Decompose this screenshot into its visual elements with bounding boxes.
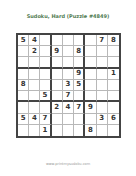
cell-r9c5 [63, 125, 74, 136]
cell-r3c3 [40, 57, 51, 68]
given-digit-r9c3: 1 [40, 125, 51, 136]
given-digit-r1c9: 8 [108, 35, 119, 46]
cell-r6c2 [29, 91, 40, 102]
cell-r2c1 [18, 46, 29, 57]
cell-r6c7 [85, 91, 96, 102]
cell-r4c1 [18, 69, 29, 80]
given-digit-r1c1: 5 [18, 35, 29, 46]
cell-r6c9 [108, 91, 119, 102]
cell-r2c8 [97, 46, 108, 57]
cell-r6c4 [52, 91, 63, 102]
cell-r8c6 [74, 114, 85, 125]
given-digit-r5c6: 5 [74, 80, 85, 91]
given-digit-r8c3: 7 [40, 114, 51, 125]
cell-r4c5 [63, 69, 74, 80]
given-digit-r2c6: 8 [74, 46, 85, 57]
cell-r5c3 [40, 80, 51, 91]
cell-r1c5 [63, 35, 74, 46]
given-digit-r8c9: 6 [108, 114, 119, 125]
given-digit-r8c2: 4 [29, 114, 40, 125]
cell-r5c4 [52, 80, 63, 91]
cell-r7c8 [97, 102, 108, 113]
footer-url: www.printmysudoku.com [0, 162, 136, 167]
cell-r7c3 [40, 102, 51, 113]
cell-r8c5 [63, 114, 74, 125]
puzzle-title: Sudoku, Hard (Puzzle #4849) [0, 13, 136, 20]
cell-r5c8 [97, 80, 108, 91]
given-digit-r1c2: 4 [29, 35, 40, 46]
cell-r4c3 [40, 69, 51, 80]
cell-r9c4 [52, 125, 63, 136]
given-digit-r8c8: 3 [97, 114, 108, 125]
cell-r8c7 [85, 114, 96, 125]
cell-r7c2 [29, 102, 40, 113]
given-digit-r1c8: 7 [97, 35, 108, 46]
cell-r7c9 [108, 102, 119, 113]
cell-r6c6 [74, 91, 85, 102]
given-digit-r2c2: 2 [29, 46, 40, 57]
print-page: Sudoku, Hard (Puzzle #4849) 547829891835… [0, 0, 136, 176]
cell-r2c3 [40, 46, 51, 57]
cell-r2c9 [108, 46, 119, 57]
given-digit-r6c3: 5 [40, 91, 51, 102]
cell-r9c6 [74, 125, 85, 136]
cell-r3c2 [29, 57, 40, 68]
cell-r3c8 [97, 57, 108, 68]
cell-r6c8 [97, 91, 108, 102]
given-digit-r9c7: 8 [85, 125, 96, 136]
cell-r9c2 [29, 125, 40, 136]
given-digit-r4c6: 9 [74, 69, 85, 80]
given-digit-r8c1: 5 [18, 114, 29, 125]
sudoku-board: 5478298918355724795473618 [16, 33, 121, 138]
given-digit-r4c9: 1 [108, 69, 119, 80]
cell-r9c1 [18, 125, 29, 136]
cell-r1c3 [40, 35, 51, 46]
cell-r1c7 [85, 35, 96, 46]
cell-r5c9 [108, 80, 119, 91]
given-digit-r7c5: 4 [63, 102, 74, 113]
given-digit-r7c4: 2 [52, 102, 63, 113]
cell-r7c1 [18, 102, 29, 113]
cell-r3c6 [74, 57, 85, 68]
cell-r4c8 [97, 69, 108, 80]
cell-r9c8 [97, 125, 108, 136]
cell-r4c2 [29, 69, 40, 80]
cell-r3c4 [52, 57, 63, 68]
given-digit-r5c5: 3 [63, 80, 74, 91]
cell-r3c9 [108, 57, 119, 68]
given-digit-r7c6: 7 [74, 102, 85, 113]
given-digit-r2c4: 9 [52, 46, 63, 57]
cell-r5c2 [29, 80, 40, 91]
cell-r8c4 [52, 114, 63, 125]
cell-r4c4 [52, 69, 63, 80]
cell-r1c6 [74, 35, 85, 46]
given-digit-r9c9 [108, 125, 119, 136]
given-digit-r6c5: 7 [63, 91, 74, 102]
cell-r3c5 [63, 57, 74, 68]
cell-r2c7 [85, 46, 96, 57]
given-digit-r5c1: 8 [18, 80, 29, 91]
cell-r3c7 [85, 57, 96, 68]
cell-r2c5 [63, 46, 74, 57]
cell-r6c1 [18, 91, 29, 102]
cell-r3c1 [18, 57, 29, 68]
given-digit-r7c7: 9 [85, 102, 96, 113]
cell-r5c7 [85, 80, 96, 91]
cell-r1c4 [52, 35, 63, 46]
cell-r4c7 [85, 69, 96, 80]
